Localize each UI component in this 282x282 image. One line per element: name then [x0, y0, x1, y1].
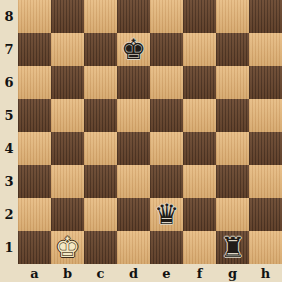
rank-label-3: 3 — [0, 165, 18, 198]
square-h5[interactable] — [249, 99, 282, 132]
square-g4[interactable] — [216, 132, 249, 165]
rank-label-1: 1 — [0, 231, 18, 264]
square-a4[interactable] — [18, 132, 51, 165]
square-b4[interactable] — [51, 132, 84, 165]
square-h2[interactable] — [249, 198, 282, 231]
square-c3[interactable] — [84, 165, 117, 198]
square-c2[interactable] — [84, 198, 117, 231]
square-e7[interactable] — [150, 33, 183, 66]
square-a2[interactable] — [18, 198, 51, 231]
chess-board-diagram: 87654321 ♚♛♚♜ abcdefgh — [0, 0, 282, 282]
square-d3[interactable] — [117, 165, 150, 198]
square-a5[interactable] — [18, 99, 51, 132]
square-b6[interactable] — [51, 66, 84, 99]
square-a3[interactable] — [18, 165, 51, 198]
square-b8[interactable] — [51, 0, 84, 33]
square-d7[interactable]: ♚ — [117, 33, 150, 66]
square-f7[interactable] — [183, 33, 216, 66]
square-g2[interactable] — [216, 198, 249, 231]
file-label-f: f — [183, 264, 216, 282]
piece-black-queen[interactable]: ♛ — [154, 198, 179, 231]
square-c8[interactable] — [84, 0, 117, 33]
square-a6[interactable] — [18, 66, 51, 99]
square-g1[interactable]: ♜ — [216, 231, 249, 264]
file-label-g: g — [216, 264, 249, 282]
file-label-a: a — [18, 264, 51, 282]
square-b1[interactable]: ♚ — [51, 231, 84, 264]
square-b5[interactable] — [51, 99, 84, 132]
file-label-d: d — [117, 264, 150, 282]
rank-label-4: 4 — [0, 132, 18, 165]
piece-white-king[interactable]: ♚ — [55, 231, 80, 264]
square-b2[interactable] — [51, 198, 84, 231]
square-d1[interactable] — [117, 231, 150, 264]
square-f8[interactable] — [183, 0, 216, 33]
corner-spacer — [0, 264, 18, 282]
file-label-e: e — [150, 264, 183, 282]
square-g6[interactable] — [216, 66, 249, 99]
square-e1[interactable] — [150, 231, 183, 264]
square-d5[interactable] — [117, 99, 150, 132]
rank-label-8: 8 — [0, 0, 18, 33]
square-h3[interactable] — [249, 165, 282, 198]
square-d4[interactable] — [117, 132, 150, 165]
square-g3[interactable] — [216, 165, 249, 198]
square-f2[interactable] — [183, 198, 216, 231]
square-d8[interactable] — [117, 0, 150, 33]
file-label-b: b — [51, 264, 84, 282]
square-a8[interactable] — [18, 0, 51, 33]
square-a7[interactable] — [18, 33, 51, 66]
square-c1[interactable] — [84, 231, 117, 264]
square-c5[interactable] — [84, 99, 117, 132]
square-e5[interactable] — [150, 99, 183, 132]
square-e3[interactable] — [150, 165, 183, 198]
square-c6[interactable] — [84, 66, 117, 99]
square-f5[interactable] — [183, 99, 216, 132]
square-c4[interactable] — [84, 132, 117, 165]
square-h4[interactable] — [249, 132, 282, 165]
square-g5[interactable] — [216, 99, 249, 132]
square-f4[interactable] — [183, 132, 216, 165]
square-g8[interactable] — [216, 0, 249, 33]
rank-label-5: 5 — [0, 99, 18, 132]
square-h8[interactable] — [249, 0, 282, 33]
square-b7[interactable] — [51, 33, 84, 66]
square-d2[interactable] — [117, 198, 150, 231]
rank-label-6: 6 — [0, 66, 18, 99]
square-a1[interactable] — [18, 231, 51, 264]
square-b3[interactable] — [51, 165, 84, 198]
rank-label-2: 2 — [0, 198, 18, 231]
square-f3[interactable] — [183, 165, 216, 198]
piece-black-king[interactable]: ♚ — [121, 33, 146, 66]
square-d6[interactable] — [117, 66, 150, 99]
square-h7[interactable] — [249, 33, 282, 66]
file-label-c: c — [84, 264, 117, 282]
rank-label-7: 7 — [0, 33, 18, 66]
piece-black-rook[interactable]: ♜ — [220, 231, 245, 264]
square-e2[interactable]: ♛ — [150, 198, 183, 231]
square-e4[interactable] — [150, 132, 183, 165]
square-e6[interactable] — [150, 66, 183, 99]
square-h6[interactable] — [249, 66, 282, 99]
rank-labels-column: 87654321 — [0, 0, 18, 264]
square-g7[interactable] — [216, 33, 249, 66]
square-c7[interactable] — [84, 33, 117, 66]
board: ♚♛♚♜ — [18, 0, 282, 264]
square-e8[interactable] — [150, 0, 183, 33]
square-f1[interactable] — [183, 231, 216, 264]
file-labels-row: abcdefgh — [18, 264, 282, 282]
file-label-h: h — [249, 264, 282, 282]
square-h1[interactable] — [249, 231, 282, 264]
square-f6[interactable] — [183, 66, 216, 99]
